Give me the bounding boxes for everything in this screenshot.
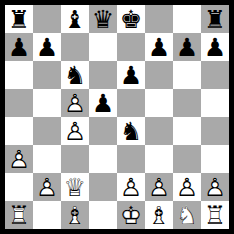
square-b1[interactable] (33, 201, 61, 229)
square-h6[interactable] (201, 61, 229, 89)
square-a1[interactable]: ♜♖ (5, 201, 33, 229)
square-d1[interactable] (89, 201, 117, 229)
piece-glyph: ♟ (5, 33, 33, 61)
square-a6[interactable] (5, 61, 33, 89)
piece-outline: ♙ (33, 173, 61, 201)
piece-outline: ♙ (5, 145, 33, 173)
white-rook-h1[interactable]: ♜♖ (201, 201, 229, 229)
piece-glyph: ♛ (89, 5, 117, 33)
white-pawn-b2[interactable]: ♟♙ (33, 173, 61, 201)
square-e6[interactable]: ♟ (117, 61, 145, 89)
square-d7[interactable] (89, 33, 117, 61)
piece-glyph: ♟ (33, 33, 61, 61)
black-pawn-d5[interactable]: ♟ (89, 89, 117, 117)
square-c7[interactable] (61, 33, 89, 61)
black-knight-e4[interactable]: ♞ (117, 117, 145, 145)
square-h3[interactable] (201, 145, 229, 173)
square-c4[interactable]: ♟♙ (61, 117, 89, 145)
square-f4[interactable] (145, 117, 173, 145)
square-b6[interactable] (33, 61, 61, 89)
square-b4[interactable] (33, 117, 61, 145)
square-g5[interactable] (173, 89, 201, 117)
square-a5[interactable] (5, 89, 33, 117)
piece-glyph: ♟ (145, 33, 173, 61)
piece-glyph: ♞ (61, 61, 89, 89)
square-g6[interactable] (173, 61, 201, 89)
square-g2[interactable]: ♟♙ (173, 173, 201, 201)
piece-outline: ♘ (173, 201, 201, 229)
square-g4[interactable] (173, 117, 201, 145)
square-f2[interactable]: ♟♙ (145, 173, 173, 201)
square-a4[interactable] (5, 117, 33, 145)
square-d4[interactable] (89, 117, 117, 145)
black-pawn-f7[interactable]: ♟ (145, 33, 173, 61)
white-pawn-e2[interactable]: ♟♙ (117, 173, 145, 201)
piece-outline: ♕ (61, 173, 89, 201)
piece-outline: ♗ (61, 201, 89, 229)
piece-outline: ♙ (61, 117, 89, 145)
square-c5[interactable]: ♟♙ (61, 89, 89, 117)
square-c3[interactable] (61, 145, 89, 173)
black-rook-h8[interactable]: ♜ (201, 5, 229, 33)
square-g8[interactable] (173, 5, 201, 33)
piece-glyph: ♟ (117, 61, 145, 89)
square-e3[interactable] (117, 145, 145, 173)
piece-glyph: ♜ (5, 5, 33, 33)
piece-glyph: ♚ (117, 5, 145, 33)
square-a8[interactable]: ♜ (5, 5, 33, 33)
white-pawn-g2[interactable]: ♟♙ (173, 173, 201, 201)
square-e5[interactable] (117, 89, 145, 117)
piece-glyph: ♟ (89, 89, 117, 117)
piece-outline: ♙ (145, 173, 173, 201)
chess-board-frame: ♜♝♛♚♜♟♟♟♟♟♞♟♟♙♟♟♙♞♟♙♟♙♛♕♟♙♟♙♟♙♟♙♜♖♝♗♚♔♝♗… (0, 0, 234, 234)
white-pawn-f2[interactable]: ♟♙ (145, 173, 173, 201)
square-d8[interactable]: ♛ (89, 5, 117, 33)
black-knight-c6[interactable]: ♞ (61, 61, 89, 89)
square-e1[interactable]: ♚♔ (117, 201, 145, 229)
piece-glyph: ♝ (61, 5, 89, 33)
square-f6[interactable] (145, 61, 173, 89)
square-g3[interactable] (173, 145, 201, 173)
square-e4[interactable]: ♞ (117, 117, 145, 145)
piece-outline: ♙ (117, 173, 145, 201)
square-g7[interactable]: ♟ (173, 33, 201, 61)
piece-outline: ♖ (201, 201, 229, 229)
piece-glyph: ♟ (173, 33, 201, 61)
piece-glyph: ♜ (201, 5, 229, 33)
square-b3[interactable] (33, 145, 61, 173)
square-b5[interactable] (33, 89, 61, 117)
white-pawn-c5[interactable]: ♟♙ (61, 89, 89, 117)
piece-outline: ♙ (173, 173, 201, 201)
piece-outline: ♖ (5, 201, 33, 229)
white-knight-g1[interactable]: ♞♘ (173, 201, 201, 229)
square-c1[interactable]: ♝♗ (61, 201, 89, 229)
white-bishop-f1[interactable]: ♝♗ (145, 201, 173, 229)
square-f1[interactable]: ♝♗ (145, 201, 173, 229)
square-f8[interactable] (145, 5, 173, 33)
black-bishop-c8[interactable]: ♝ (61, 5, 89, 33)
piece-outline: ♔ (117, 201, 145, 229)
square-d2[interactable] (89, 173, 117, 201)
square-e7[interactable] (117, 33, 145, 61)
square-h2[interactable]: ♟♙ (201, 173, 229, 201)
white-queen-c2[interactable]: ♛♕ (61, 173, 89, 201)
black-pawn-b7[interactable]: ♟ (33, 33, 61, 61)
black-pawn-a7[interactable]: ♟ (5, 33, 33, 61)
black-pawn-h7[interactable]: ♟ (201, 33, 229, 61)
square-b8[interactable] (33, 5, 61, 33)
black-pawn-e6[interactable]: ♟ (117, 61, 145, 89)
square-h7[interactable]: ♟ (201, 33, 229, 61)
white-pawn-h2[interactable]: ♟♙ (201, 173, 229, 201)
square-e2[interactable]: ♟♙ (117, 173, 145, 201)
black-rook-a8[interactable]: ♜ (5, 5, 33, 33)
white-pawn-c4[interactable]: ♟♙ (61, 117, 89, 145)
square-b2[interactable]: ♟♙ (33, 173, 61, 201)
square-a7[interactable]: ♟ (5, 33, 33, 61)
white-bishop-c1[interactable]: ♝♗ (61, 201, 89, 229)
square-d6[interactable] (89, 61, 117, 89)
piece-outline: ♗ (145, 201, 173, 229)
square-g1[interactable]: ♞♘ (173, 201, 201, 229)
black-queen-d8[interactable]: ♛ (89, 5, 117, 33)
white-king-e1[interactable]: ♚♔ (117, 201, 145, 229)
square-h4[interactable] (201, 117, 229, 145)
square-b7[interactable]: ♟ (33, 33, 61, 61)
square-e8[interactable]: ♚ (117, 5, 145, 33)
piece-outline: ♙ (61, 89, 89, 117)
white-rook-a1[interactable]: ♜♖ (5, 201, 33, 229)
square-d3[interactable] (89, 145, 117, 173)
black-king-e8[interactable]: ♚ (117, 5, 145, 33)
piece-glyph: ♞ (117, 117, 145, 145)
square-h5[interactable] (201, 89, 229, 117)
square-a2[interactable] (5, 173, 33, 201)
square-f5[interactable] (145, 89, 173, 117)
black-pawn-g7[interactable]: ♟ (173, 33, 201, 61)
piece-glyph: ♟ (201, 33, 229, 61)
square-c6[interactable]: ♞ (61, 61, 89, 89)
piece-outline: ♙ (201, 173, 229, 201)
square-f7[interactable]: ♟ (145, 33, 173, 61)
square-d5[interactable]: ♟ (89, 89, 117, 117)
square-c2[interactable]: ♛♕ (61, 173, 89, 201)
square-h8[interactable]: ♜ (201, 5, 229, 33)
white-pawn-a3[interactable]: ♟♙ (5, 145, 33, 173)
square-a3[interactable]: ♟♙ (5, 145, 33, 173)
square-h1[interactable]: ♜♖ (201, 201, 229, 229)
chess-board: ♜♝♛♚♜♟♟♟♟♟♞♟♟♙♟♟♙♞♟♙♟♙♛♕♟♙♟♙♟♙♟♙♜♖♝♗♚♔♝♗… (5, 5, 229, 229)
square-f3[interactable] (145, 145, 173, 173)
square-c8[interactable]: ♝ (61, 5, 89, 33)
